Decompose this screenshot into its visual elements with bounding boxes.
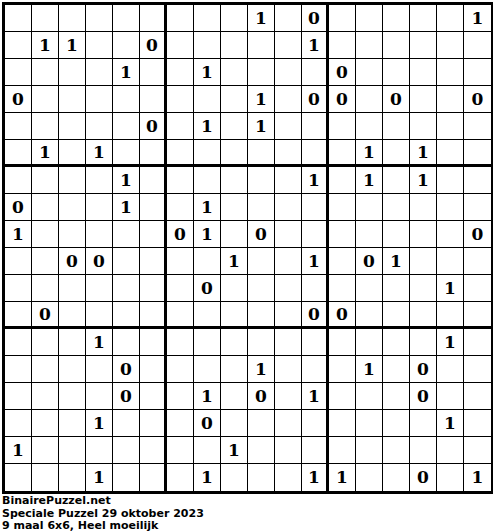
cell-r11c7[interactable] (167, 275, 194, 302)
cell-r7c18[interactable] (464, 167, 491, 194)
cell-r3c7[interactable] (167, 59, 194, 86)
cell-r17c1: 1 (5, 437, 32, 464)
cell-r5c8: 1 (194, 113, 221, 140)
cell-r8c2[interactable] (32, 194, 59, 221)
cell-r3c10[interactable] (248, 59, 275, 86)
cell-r10c3: 0 (59, 248, 86, 275)
cell-r8c9[interactable] (221, 194, 248, 221)
cell-r13c14[interactable] (356, 329, 383, 356)
cell-r13c10[interactable] (248, 329, 275, 356)
cell-r7c11[interactable] (275, 167, 302, 194)
cell-r12c13: 0 (329, 302, 356, 329)
cell-r8c11[interactable] (275, 194, 302, 221)
cell-r17c2[interactable] (32, 437, 59, 464)
cell-r4c11[interactable] (275, 86, 302, 113)
cell-r8c15[interactable] (383, 194, 410, 221)
cell-r18c3[interactable] (59, 464, 86, 491)
cell-r7c2[interactable] (32, 167, 59, 194)
cell-r2c15[interactable] (383, 32, 410, 59)
cell-r2c17[interactable] (437, 32, 464, 59)
cell-r4c8[interactable] (194, 86, 221, 113)
cell-r8c13[interactable] (329, 194, 356, 221)
cell-r3c12[interactable] (302, 59, 329, 86)
cell-r2c5[interactable] (113, 32, 140, 59)
cell-r4c3[interactable] (59, 86, 86, 113)
cell-r7c8[interactable] (194, 167, 221, 194)
cell-r14c8[interactable] (194, 356, 221, 383)
cell-r8c8: 1 (194, 194, 221, 221)
cell-r10c7[interactable] (167, 248, 194, 275)
cell-r16c9[interactable] (221, 410, 248, 437)
cell-r5c14[interactable] (356, 113, 383, 140)
cell-r3c2[interactable] (32, 59, 59, 86)
cell-r2c9[interactable] (221, 32, 248, 59)
cell-r7c16: 1 (410, 167, 437, 194)
cell-r3c9[interactable] (221, 59, 248, 86)
cell-r11c3[interactable] (59, 275, 86, 302)
cell-r10c10[interactable] (248, 248, 275, 275)
cell-r1c6[interactable] (140, 5, 167, 32)
cell-r15c13[interactable] (329, 383, 356, 410)
cell-r1c5[interactable] (113, 5, 140, 32)
cell-r18c6[interactable] (140, 464, 167, 491)
cell-r12c3[interactable] (59, 302, 86, 329)
cell-r16c11[interactable] (275, 410, 302, 437)
cell-r14c3[interactable] (59, 356, 86, 383)
cell-r7c14: 1 (356, 167, 383, 194)
cell-r17c15[interactable] (383, 437, 410, 464)
cell-r13c13[interactable] (329, 329, 356, 356)
cell-r18c15[interactable] (383, 464, 410, 491)
cell-r7c10[interactable] (248, 167, 275, 194)
cell-r11c8: 0 (194, 275, 221, 302)
cell-r5c5[interactable] (113, 113, 140, 140)
cell-r9c3[interactable] (59, 221, 86, 248)
cell-r3c18[interactable] (464, 59, 491, 86)
cell-r3c16[interactable] (410, 59, 437, 86)
cell-r17c18[interactable] (464, 437, 491, 464)
cell-r14c2[interactable] (32, 356, 59, 383)
cell-r3c8: 1 (194, 59, 221, 86)
cell-r9c18: 0 (464, 221, 491, 248)
cell-r7c4[interactable] (86, 167, 113, 194)
cell-r16c3[interactable] (59, 410, 86, 437)
cell-r13c11[interactable] (275, 329, 302, 356)
cell-r11c17: 1 (437, 275, 464, 302)
cell-r3c3[interactable] (59, 59, 86, 86)
cell-r15c15[interactable] (383, 383, 410, 410)
cell-r6c3[interactable] (59, 140, 86, 167)
cell-r15c9[interactable] (221, 383, 248, 410)
cell-r8c5: 1 (113, 194, 140, 221)
cell-r17c11[interactable] (275, 437, 302, 464)
cell-r18c16: 0 (410, 464, 437, 491)
cell-r16c2[interactable] (32, 410, 59, 437)
cell-r7c13[interactable] (329, 167, 356, 194)
cell-r6c13[interactable] (329, 140, 356, 167)
cell-r14c11[interactable] (275, 356, 302, 383)
cell-r16c6[interactable] (140, 410, 167, 437)
cell-r17c16[interactable] (410, 437, 437, 464)
cell-r8c6[interactable] (140, 194, 167, 221)
cell-r14c7[interactable] (167, 356, 194, 383)
cell-r14c1[interactable] (5, 356, 32, 383)
cell-r8c14[interactable] (356, 194, 383, 221)
cell-r11c2[interactable] (32, 275, 59, 302)
cell-r5c7[interactable] (167, 113, 194, 140)
cell-r2c4[interactable] (86, 32, 113, 59)
cell-r12c9[interactable] (221, 302, 248, 329)
cell-r12c7[interactable] (167, 302, 194, 329)
cell-r2c7[interactable] (167, 32, 194, 59)
cell-r1c2[interactable] (32, 5, 59, 32)
cell-r9c8: 1 (194, 221, 221, 248)
cell-r15c14[interactable] (356, 383, 383, 410)
cell-r12c11[interactable] (275, 302, 302, 329)
cell-r10c2[interactable] (32, 248, 59, 275)
cell-r8c10[interactable] (248, 194, 275, 221)
cell-r10c11[interactable] (275, 248, 302, 275)
cell-r16c10[interactable] (248, 410, 275, 437)
cell-r12c14[interactable] (356, 302, 383, 329)
cell-r18c18: 1 (464, 464, 491, 491)
cell-r13c17: 1 (437, 329, 464, 356)
cell-r1c4[interactable] (86, 5, 113, 32)
cell-r18c2[interactable] (32, 464, 59, 491)
cell-r13c18[interactable] (464, 329, 491, 356)
cell-r10c13[interactable] (329, 248, 356, 275)
cell-r15c2[interactable] (32, 383, 59, 410)
cell-r11c12[interactable] (302, 275, 329, 302)
cell-r12c15[interactable] (383, 302, 410, 329)
cell-r4c9[interactable] (221, 86, 248, 113)
cell-r4c17[interactable] (437, 86, 464, 113)
cell-r10c14: 0 (356, 248, 383, 275)
cell-r9c9[interactable] (221, 221, 248, 248)
cell-r7c15[interactable] (383, 167, 410, 194)
cell-r1c16[interactable] (410, 5, 437, 32)
cell-r2c16[interactable] (410, 32, 437, 59)
cell-r14c5: 0 (113, 356, 140, 383)
puzzle-board: 1011101110010000011111111110111010000110… (2, 2, 493, 494)
cell-r13c1[interactable] (5, 329, 32, 356)
cell-r1c15[interactable] (383, 5, 410, 32)
cell-r11c9[interactable] (221, 275, 248, 302)
cell-r13c5[interactable] (113, 329, 140, 356)
cell-r9c14[interactable] (356, 221, 383, 248)
cell-r12c17[interactable] (437, 302, 464, 329)
cell-r6c10[interactable] (248, 140, 275, 167)
cell-r1c1[interactable] (5, 5, 32, 32)
cell-r13c16[interactable] (410, 329, 437, 356)
cell-r5c2[interactable] (32, 113, 59, 140)
cell-r1c10: 1 (248, 5, 275, 32)
cell-r18c12: 1 (302, 464, 329, 491)
cell-r6c15[interactable] (383, 140, 410, 167)
cell-r3c11[interactable] (275, 59, 302, 86)
cell-r17c6[interactable] (140, 437, 167, 464)
cell-r3c15[interactable] (383, 59, 410, 86)
cell-r9c11[interactable] (275, 221, 302, 248)
cell-r6c1[interactable] (5, 140, 32, 167)
cell-r5c3[interactable] (59, 113, 86, 140)
cell-r18c7[interactable] (167, 464, 194, 491)
cell-r14c18[interactable] (464, 356, 491, 383)
cell-r18c9[interactable] (221, 464, 248, 491)
cell-r13c7[interactable] (167, 329, 194, 356)
cell-r5c12[interactable] (302, 113, 329, 140)
cell-r13c8[interactable] (194, 329, 221, 356)
cell-r18c1[interactable] (5, 464, 32, 491)
cell-r18c13: 1 (329, 464, 356, 491)
cell-r14c14: 1 (356, 356, 383, 383)
cell-r2c8[interactable] (194, 32, 221, 59)
cell-r14c16: 0 (410, 356, 437, 383)
cell-r13c3[interactable] (59, 329, 86, 356)
cell-r15c18[interactable] (464, 383, 491, 410)
cell-r2c18[interactable] (464, 32, 491, 59)
cell-r17c4[interactable] (86, 437, 113, 464)
cell-r12c12: 0 (302, 302, 329, 329)
cell-r7c9[interactable] (221, 167, 248, 194)
cell-r13c6[interactable] (140, 329, 167, 356)
cell-r3c4[interactable] (86, 59, 113, 86)
cell-r18c5[interactable] (113, 464, 140, 491)
cell-r14c6[interactable] (140, 356, 167, 383)
cell-r12c4[interactable] (86, 302, 113, 329)
cell-r2c1[interactable] (5, 32, 32, 59)
footer-puzzle-subtitle: 9 maal 6x6, Heel moeilijk (2, 520, 493, 531)
cell-r13c9[interactable] (221, 329, 248, 356)
cell-r16c4: 1 (86, 410, 113, 437)
cell-r16c15[interactable] (383, 410, 410, 437)
cell-r17c14[interactable] (356, 437, 383, 464)
cell-r15c17[interactable] (437, 383, 464, 410)
cell-r6c7[interactable] (167, 140, 194, 167)
cell-r11c6[interactable] (140, 275, 167, 302)
cell-r4c1: 0 (5, 86, 32, 113)
cell-r4c2[interactable] (32, 86, 59, 113)
cell-r16c12[interactable] (302, 410, 329, 437)
cell-r1c9[interactable] (221, 5, 248, 32)
cell-r12c16[interactable] (410, 302, 437, 329)
cell-r9c4[interactable] (86, 221, 113, 248)
cell-r14c17[interactable] (437, 356, 464, 383)
cell-r4c15: 0 (383, 86, 410, 113)
cell-r5c18[interactable] (464, 113, 491, 140)
cell-r16c5[interactable] (113, 410, 140, 437)
cell-r12c18[interactable] (464, 302, 491, 329)
cell-r6c18[interactable] (464, 140, 491, 167)
cell-r6c9[interactable] (221, 140, 248, 167)
cell-r16c14[interactable] (356, 410, 383, 437)
cell-r8c12[interactable] (302, 194, 329, 221)
cell-r12c5[interactable] (113, 302, 140, 329)
cell-r9c6[interactable] (140, 221, 167, 248)
cell-r10c17[interactable] (437, 248, 464, 275)
cell-r7c7[interactable] (167, 167, 194, 194)
cell-r17c3[interactable] (59, 437, 86, 464)
cell-r16c13[interactable] (329, 410, 356, 437)
cell-r18c4: 1 (86, 464, 113, 491)
cell-r3c13: 0 (329, 59, 356, 86)
cell-r1c7[interactable] (167, 5, 194, 32)
cell-r4c6[interactable] (140, 86, 167, 113)
cell-r6c11[interactable] (275, 140, 302, 167)
cell-r4c14[interactable] (356, 86, 383, 113)
cell-r13c2[interactable] (32, 329, 59, 356)
cell-r15c4[interactable] (86, 383, 113, 410)
cell-r2c14[interactable] (356, 32, 383, 59)
cell-r16c16[interactable] (410, 410, 437, 437)
cell-r6c5[interactable] (113, 140, 140, 167)
cell-r2c10[interactable] (248, 32, 275, 59)
cell-r8c7[interactable] (167, 194, 194, 221)
cell-r5c9[interactable] (221, 113, 248, 140)
cell-r4c10: 1 (248, 86, 275, 113)
cell-r9c2[interactable] (32, 221, 59, 248)
cell-r15c3[interactable] (59, 383, 86, 410)
cell-r10c6[interactable] (140, 248, 167, 275)
cell-r16c7[interactable] (167, 410, 194, 437)
cell-r17c5[interactable] (113, 437, 140, 464)
cell-r10c1[interactable] (5, 248, 32, 275)
cell-r9c16[interactable] (410, 221, 437, 248)
cell-r9c5[interactable] (113, 221, 140, 248)
cell-r1c13[interactable] (329, 5, 356, 32)
cell-r2c13[interactable] (329, 32, 356, 59)
cell-r2c2: 1 (32, 32, 59, 59)
cell-r18c11[interactable] (275, 464, 302, 491)
cell-r7c17[interactable] (437, 167, 464, 194)
cell-r14c15[interactable] (383, 356, 410, 383)
cell-r7c3[interactable] (59, 167, 86, 194)
cell-r11c15[interactable] (383, 275, 410, 302)
cell-r12c6[interactable] (140, 302, 167, 329)
cell-r17c13[interactable] (329, 437, 356, 464)
cell-r11c14[interactable] (356, 275, 383, 302)
cell-r16c1[interactable] (5, 410, 32, 437)
cell-r4c16[interactable] (410, 86, 437, 113)
cell-r2c3: 1 (59, 32, 86, 59)
cell-r9c17[interactable] (437, 221, 464, 248)
cell-r1c8[interactable] (194, 5, 221, 32)
cell-r11c16[interactable] (410, 275, 437, 302)
cell-r3c6[interactable] (140, 59, 167, 86)
cell-r14c9[interactable] (221, 356, 248, 383)
cell-r17c8[interactable] (194, 437, 221, 464)
cell-r5c15[interactable] (383, 113, 410, 140)
cell-r10c16[interactable] (410, 248, 437, 275)
cell-r13c12[interactable] (302, 329, 329, 356)
cell-r17c17[interactable] (437, 437, 464, 464)
cell-r11c1[interactable] (5, 275, 32, 302)
cell-r2c6: 0 (140, 32, 167, 59)
cell-r3c17[interactable] (437, 59, 464, 86)
cell-r12c8[interactable] (194, 302, 221, 329)
cell-r9c15[interactable] (383, 221, 410, 248)
footer-site-name: BinairePuzzel.net (2, 495, 493, 508)
cell-r13c4: 1 (86, 329, 113, 356)
cell-r8c4[interactable] (86, 194, 113, 221)
cell-r4c13: 0 (329, 86, 356, 113)
cell-r2c12: 1 (302, 32, 329, 59)
cell-r11c11[interactable] (275, 275, 302, 302)
cell-r17c7[interactable] (167, 437, 194, 464)
cell-r5c13[interactable] (329, 113, 356, 140)
cell-r5c1[interactable] (5, 113, 32, 140)
cell-r6c8[interactable] (194, 140, 221, 167)
cell-r15c6[interactable] (140, 383, 167, 410)
cell-r11c18[interactable] (464, 275, 491, 302)
cell-r11c4[interactable] (86, 275, 113, 302)
cell-r15c11[interactable] (275, 383, 302, 410)
cell-r11c13[interactable] (329, 275, 356, 302)
cell-r6c6[interactable] (140, 140, 167, 167)
cell-r1c3[interactable] (59, 5, 86, 32)
cell-r14c13[interactable] (329, 356, 356, 383)
cell-r8c3[interactable] (59, 194, 86, 221)
cell-r4c5[interactable] (113, 86, 140, 113)
cell-r6c12[interactable] (302, 140, 329, 167)
cell-r12c1[interactable] (5, 302, 32, 329)
cell-r9c13[interactable] (329, 221, 356, 248)
cell-r18c10[interactable] (248, 464, 275, 491)
cell-r2c11[interactable] (275, 32, 302, 59)
cell-r14c10: 1 (248, 356, 275, 383)
cell-r8c16[interactable] (410, 194, 437, 221)
cell-r10c18[interactable] (464, 248, 491, 275)
cell-r10c12: 1 (302, 248, 329, 275)
cell-r14c4[interactable] (86, 356, 113, 383)
cell-r4c7[interactable] (167, 86, 194, 113)
cell-r13c15[interactable] (383, 329, 410, 356)
cell-r18c14[interactable] (356, 464, 383, 491)
cell-r15c7[interactable] (167, 383, 194, 410)
cell-r1c18: 1 (464, 5, 491, 32)
cell-r7c6[interactable] (140, 167, 167, 194)
cell-r15c1[interactable] (5, 383, 32, 410)
cell-r11c10[interactable] (248, 275, 275, 302)
cell-r12c10[interactable] (248, 302, 275, 329)
cell-r17c12[interactable] (302, 437, 329, 464)
cell-r5c4[interactable] (86, 113, 113, 140)
cell-r5c17[interactable] (437, 113, 464, 140)
cell-r11c5[interactable] (113, 275, 140, 302)
cell-r5c11[interactable] (275, 113, 302, 140)
cell-r7c1[interactable] (5, 167, 32, 194)
cell-r9c12[interactable] (302, 221, 329, 248)
cell-r1c14[interactable] (356, 5, 383, 32)
cell-r5c16[interactable] (410, 113, 437, 140)
cell-r3c14[interactable] (356, 59, 383, 86)
cell-r4c4[interactable] (86, 86, 113, 113)
cell-r9c10: 0 (248, 221, 275, 248)
cell-r8c18[interactable] (464, 194, 491, 221)
cell-r4c12: 0 (302, 86, 329, 113)
cell-r1c11[interactable] (275, 5, 302, 32)
cell-r6c17[interactable] (437, 140, 464, 167)
cell-r14c12[interactable] (302, 356, 329, 383)
cell-r18c17[interactable] (437, 464, 464, 491)
cell-r16c18[interactable] (464, 410, 491, 437)
cell-r10c8[interactable] (194, 248, 221, 275)
cell-r10c5[interactable] (113, 248, 140, 275)
cell-r17c10[interactable] (248, 437, 275, 464)
cell-r8c17[interactable] (437, 194, 464, 221)
cell-r3c1[interactable] (5, 59, 32, 86)
cell-r1c17[interactable] (437, 5, 464, 32)
